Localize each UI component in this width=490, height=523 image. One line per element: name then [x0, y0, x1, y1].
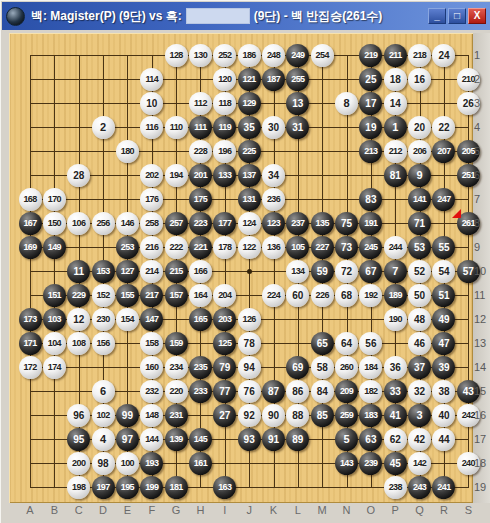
stone-black-O17[interactable]: 63	[359, 428, 382, 451]
stone-white-I11[interactable]: 204	[213, 284, 236, 307]
stone-white-F2[interactable]: 114	[140, 68, 163, 91]
stone-white-Q2[interactable]: 16	[408, 68, 431, 91]
stone-black-A13[interactable]: 171	[19, 332, 42, 355]
stone-white-C8[interactable]: 106	[67, 212, 90, 235]
move-number: 119	[218, 122, 231, 132]
row-label-12: 12	[474, 313, 490, 325]
stone-white-G6[interactable]: 194	[165, 164, 188, 187]
move-number: 248	[267, 50, 280, 60]
stone-black-K15[interactable]: 87	[262, 380, 285, 403]
stone-black-J7[interactable]: 131	[238, 188, 261, 211]
stone-black-O3[interactable]: 17	[359, 92, 382, 115]
stone-black-O4[interactable]: 19	[359, 116, 382, 139]
stone-black-P4[interactable]: 1	[384, 116, 407, 139]
stone-white-G9[interactable]: 222	[165, 236, 188, 259]
stone-black-O9[interactable]: 245	[359, 236, 382, 259]
stone-white-G14[interactable]: 234	[165, 356, 188, 379]
stone-white-M15[interactable]: 84	[311, 380, 334, 403]
move-number: 99	[122, 409, 133, 420]
stone-black-P6[interactable]: 81	[384, 164, 407, 187]
stone-black-N9[interactable]: 73	[335, 236, 358, 259]
stone-white-F17[interactable]: 144	[140, 428, 163, 451]
stone-white-Q12[interactable]: 48	[408, 308, 431, 331]
stone-black-R13[interactable]: 47	[432, 332, 455, 355]
stone-white-I9[interactable]: 178	[213, 236, 236, 259]
stone-black-N8[interactable]: 75	[335, 212, 358, 235]
stone-white-P19[interactable]: 238	[384, 476, 407, 499]
stone-white-J15[interactable]: 76	[238, 380, 261, 403]
stone-white-M14[interactable]: 58	[311, 356, 334, 379]
stone-white-R15[interactable]: 38	[432, 380, 455, 403]
stone-white-N10[interactable]: 72	[335, 260, 358, 283]
stone-white-D18[interactable]: 98	[92, 452, 115, 475]
stone-black-N15[interactable]: 209	[335, 380, 358, 403]
stone-black-G13[interactable]: 159	[165, 332, 188, 355]
move-number: 182	[364, 386, 377, 396]
stone-black-I13[interactable]: 125	[213, 332, 236, 355]
stone-white-K4[interactable]: 30	[262, 116, 285, 139]
move-number: 95	[73, 433, 84, 444]
move-number: 72	[341, 265, 352, 276]
stone-black-G8[interactable]: 257	[165, 212, 188, 235]
stone-white-P17[interactable]: 62	[384, 428, 407, 451]
move-number: 57	[463, 265, 474, 276]
stone-black-J3[interactable]: 129	[238, 92, 261, 115]
stone-white-F9[interactable]: 216	[140, 236, 163, 259]
move-number: 235	[194, 362, 207, 372]
stone-white-P2[interactable]: 18	[384, 68, 407, 91]
stone-white-E5[interactable]: 180	[116, 140, 139, 163]
stone-white-Q15[interactable]: 32	[408, 380, 431, 403]
stone-black-Q8[interactable]: 71	[408, 212, 431, 235]
column-label-G: G	[168, 504, 184, 516]
move-number: 260	[340, 362, 353, 372]
stone-black-K17[interactable]: 91	[262, 428, 285, 451]
stone-black-M8[interactable]: 135	[311, 212, 334, 235]
minimize-button[interactable]: _	[428, 8, 446, 24]
stone-black-L14[interactable]: 69	[286, 356, 309, 379]
move-number: 63	[365, 433, 376, 444]
title-bar[interactable]: 백: Magister(P) (9단) vs 흑: (9단) - 백 반집승(2…	[2, 2, 490, 30]
stone-black-A8[interactable]: 167	[19, 212, 42, 235]
stone-white-N3[interactable]: 8	[335, 92, 358, 115]
stone-white-D17[interactable]: 4	[92, 428, 115, 451]
stone-white-F8[interactable]: 258	[140, 212, 163, 235]
move-number: 163	[218, 482, 231, 492]
move-number: 232	[145, 386, 158, 396]
stone-black-J5[interactable]: 225	[238, 140, 261, 163]
stone-white-M1[interactable]: 254	[311, 44, 334, 67]
stone-white-B7[interactable]: 170	[43, 188, 66, 211]
move-number: 26	[463, 97, 474, 108]
stone-white-L16[interactable]: 88	[286, 404, 309, 427]
stone-black-Q7[interactable]: 141	[408, 188, 431, 211]
move-number: 133	[218, 170, 231, 180]
stone-black-L8[interactable]: 237	[286, 212, 309, 235]
stone-black-R5[interactable]: 207	[432, 140, 455, 163]
close-button[interactable]: X	[468, 8, 486, 24]
stone-black-I14[interactable]: 79	[213, 356, 236, 379]
move-number: 40	[438, 409, 449, 420]
move-number: 172	[23, 362, 36, 372]
stone-white-J12[interactable]: 126	[238, 308, 261, 331]
stone-black-H15[interactable]: 233	[189, 380, 212, 403]
stone-black-H9[interactable]: 221	[189, 236, 212, 259]
stone-white-Q17[interactable]: 42	[408, 428, 431, 451]
stone-black-O5[interactable]: 213	[359, 140, 382, 163]
stone-black-M10[interactable]: 59	[311, 260, 334, 283]
move-number: 145	[194, 434, 207, 444]
stone-white-R1[interactable]: 24	[432, 44, 455, 67]
move-number: 19	[365, 121, 376, 132]
stone-black-E11[interactable]: 155	[116, 284, 139, 307]
stone-black-P1[interactable]: 211	[384, 44, 407, 67]
window-title-left: 백: Magister(P) (9단) vs 흑:	[31, 8, 182, 25]
stone-white-Q13[interactable]: 46	[408, 332, 431, 355]
stone-white-K6[interactable]: 34	[262, 164, 285, 187]
stone-black-O2[interactable]: 25	[359, 68, 382, 91]
stone-white-Q5[interactable]: 206	[408, 140, 431, 163]
stone-white-F3[interactable]: 10	[140, 92, 163, 115]
move-number: 48	[414, 313, 425, 324]
move-number: 147	[145, 314, 158, 324]
stone-black-I6[interactable]: 133	[213, 164, 236, 187]
stone-white-F15[interactable]: 232	[140, 380, 163, 403]
stone-white-D11[interactable]: 152	[92, 284, 115, 307]
stone-white-F16[interactable]: 148	[140, 404, 163, 427]
stone-black-I16[interactable]: 27	[213, 404, 236, 427]
stone-white-O15[interactable]: 182	[359, 380, 382, 403]
stone-white-J8[interactable]: 124	[238, 212, 261, 235]
stone-black-E16[interactable]: 99	[116, 404, 139, 427]
stone-black-A9[interactable]: 169	[19, 236, 42, 259]
stone-black-H12[interactable]: 165	[189, 308, 212, 331]
stone-black-G10[interactable]: 215	[165, 260, 188, 283]
stone-white-A14[interactable]: 172	[19, 356, 42, 379]
move-number: 255	[291, 74, 304, 84]
move-number: 155	[121, 290, 134, 300]
stone-white-D13[interactable]: 156	[92, 332, 115, 355]
move-number: 240	[462, 458, 475, 468]
move-number: 167	[23, 218, 36, 228]
stone-white-D12[interactable]: 230	[92, 308, 115, 331]
stone-white-K16[interactable]: 90	[262, 404, 285, 427]
move-number: 200	[72, 458, 85, 468]
stone-white-D4[interactable]: 2	[92, 116, 115, 139]
stone-white-G1[interactable]: 128	[165, 44, 188, 67]
stone-black-O18[interactable]: 239	[359, 452, 382, 475]
stone-black-H8[interactable]: 223	[189, 212, 212, 235]
stone-white-P12[interactable]: 190	[384, 308, 407, 331]
move-number: 120	[218, 74, 231, 84]
stone-white-Q10[interactable]: 52	[408, 260, 431, 283]
move-number: 204	[218, 290, 231, 300]
stone-white-E8[interactable]: 146	[116, 212, 139, 235]
stone-white-F14[interactable]: 160	[140, 356, 163, 379]
stone-black-I15[interactable]: 77	[213, 380, 236, 403]
stone-black-R19[interactable]: 241	[432, 476, 455, 499]
stone-black-D10[interactable]: 153	[92, 260, 115, 283]
stone-black-P10[interactable]: 7	[384, 260, 407, 283]
stone-black-L1[interactable]: 249	[286, 44, 309, 67]
stone-black-J6[interactable]: 137	[238, 164, 261, 187]
move-number: 126	[243, 314, 256, 324]
stone-black-A12[interactable]: 173	[19, 308, 42, 331]
move-number: 220	[169, 386, 182, 396]
stone-black-G11[interactable]: 157	[165, 284, 188, 307]
stone-black-O8[interactable]: 191	[359, 212, 382, 235]
move-number: 102	[96, 410, 109, 420]
stone-white-R16[interactable]: 40	[432, 404, 455, 427]
stone-white-K1[interactable]: 248	[262, 44, 285, 67]
move-number: 51	[438, 289, 449, 300]
move-number: 44	[438, 433, 449, 444]
stone-white-L10[interactable]: 134	[286, 260, 309, 283]
stone-white-H10[interactable]: 166	[189, 260, 212, 283]
stone-white-J1[interactable]: 186	[238, 44, 261, 67]
stone-black-C11[interactable]: 229	[67, 284, 90, 307]
move-number: 134	[291, 266, 304, 276]
stone-white-R10[interactable]: 54	[432, 260, 455, 283]
stone-white-J14[interactable]: 94	[238, 356, 261, 379]
stone-black-H4[interactable]: 111	[189, 116, 212, 139]
move-number: 187	[267, 74, 280, 84]
stone-white-P14[interactable]: 36	[384, 356, 407, 379]
stone-black-M9[interactable]: 227	[311, 236, 334, 259]
stone-white-A7[interactable]: 168	[19, 188, 42, 211]
stone-black-E17[interactable]: 97	[116, 428, 139, 451]
stone-white-F13[interactable]: 158	[140, 332, 163, 355]
stone-black-R11[interactable]: 51	[432, 284, 455, 307]
move-number: 129	[243, 98, 256, 108]
stone-white-K11[interactable]: 224	[262, 284, 285, 307]
stone-black-Q19[interactable]: 243	[408, 476, 431, 499]
maximize-button[interactable]: □	[448, 8, 466, 24]
move-number: 93	[244, 433, 255, 444]
stone-white-J13[interactable]: 78	[238, 332, 261, 355]
move-number: 222	[169, 242, 182, 252]
stone-white-F7[interactable]: 176	[140, 188, 163, 211]
stone-black-M13[interactable]: 65	[311, 332, 334, 355]
stone-white-B8[interactable]: 150	[43, 212, 66, 235]
move-number: 166	[194, 266, 207, 276]
stone-white-L15[interactable]: 86	[286, 380, 309, 403]
move-number: 79	[219, 361, 230, 372]
stone-black-G16[interactable]: 231	[165, 404, 188, 427]
stone-black-J17[interactable]: 93	[238, 428, 261, 451]
stone-black-E19[interactable]: 195	[116, 476, 139, 499]
stone-black-L2[interactable]: 255	[286, 68, 309, 91]
stone-white-H11[interactable]: 164	[189, 284, 212, 307]
move-number: 210	[462, 74, 475, 84]
move-number: 59	[317, 265, 328, 276]
stone-black-C10[interactable]: 11	[67, 260, 90, 283]
stone-black-G19[interactable]: 181	[165, 476, 188, 499]
column-label-A: A	[22, 504, 38, 516]
go-board[interactable]: 1281302521862482492542192112182411412012…	[9, 33, 473, 503]
stone-black-O7[interactable]: 83	[359, 188, 382, 211]
stone-black-E9[interactable]: 253	[116, 236, 139, 259]
stone-white-C6[interactable]: 28	[67, 164, 90, 187]
stone-white-G4[interactable]: 110	[165, 116, 188, 139]
stone-white-H3[interactable]: 112	[189, 92, 212, 115]
stone-white-N14[interactable]: 260	[335, 356, 358, 379]
stone-black-K8[interactable]: 123	[262, 212, 285, 235]
stone-black-Q9[interactable]: 53	[408, 236, 431, 259]
stone-white-Q18[interactable]: 142	[408, 452, 431, 475]
stone-black-F19[interactable]: 199	[140, 476, 163, 499]
stone-black-B11[interactable]: 151	[43, 284, 66, 307]
stone-black-L9[interactable]: 105	[286, 236, 309, 259]
stone-white-H5[interactable]: 228	[189, 140, 212, 163]
stone-black-B9[interactable]: 149	[43, 236, 66, 259]
move-number: 202	[145, 170, 158, 180]
stone-white-K9[interactable]: 136	[262, 236, 285, 259]
stone-white-E18[interactable]: 100	[116, 452, 139, 475]
stone-white-R17[interactable]: 44	[432, 428, 455, 451]
stone-white-B13[interactable]: 104	[43, 332, 66, 355]
stone-white-C13[interactable]: 108	[67, 332, 90, 355]
move-number: 237	[291, 218, 304, 228]
column-label-O: O	[363, 504, 379, 516]
stone-white-F4[interactable]: 116	[140, 116, 163, 139]
move-number: 53	[414, 241, 425, 252]
stone-black-Q14[interactable]: 37	[408, 356, 431, 379]
stone-black-G17[interactable]: 139	[165, 428, 188, 451]
move-number: 259	[340, 410, 353, 420]
stone-black-P15[interactable]: 33	[384, 380, 407, 403]
move-number: 56	[365, 337, 376, 348]
stone-black-P18[interactable]: 45	[384, 452, 407, 475]
stone-black-Q6[interactable]: 9	[408, 164, 431, 187]
stone-white-O14[interactable]: 184	[359, 356, 382, 379]
stone-black-E10[interactable]: 127	[116, 260, 139, 283]
stone-white-P3[interactable]: 14	[384, 92, 407, 115]
move-number: 65	[317, 337, 328, 348]
stone-black-B12[interactable]: 103	[43, 308, 66, 331]
stone-white-F10[interactable]: 214	[140, 260, 163, 283]
move-number: 209	[340, 386, 353, 396]
stone-black-R14[interactable]: 39	[432, 356, 455, 379]
stone-black-I12[interactable]: 203	[213, 308, 236, 331]
stone-white-F6[interactable]: 202	[140, 164, 163, 187]
stone-black-K2[interactable]: 187	[262, 68, 285, 91]
stone-white-O11[interactable]: 192	[359, 284, 382, 307]
stone-black-R9[interactable]: 55	[432, 236, 455, 259]
stone-white-D16[interactable]: 102	[92, 404, 115, 427]
stone-white-L11[interactable]: 60	[286, 284, 309, 307]
stone-white-C18[interactable]: 200	[67, 452, 90, 475]
stone-white-Q1[interactable]: 218	[408, 44, 431, 67]
move-number: 146	[121, 218, 134, 228]
stone-black-D19[interactable]: 197	[92, 476, 115, 499]
stone-white-C19[interactable]: 198	[67, 476, 90, 499]
stone-black-N16[interactable]: 259	[335, 404, 358, 427]
stone-white-K7[interactable]: 236	[262, 188, 285, 211]
stone-white-C16[interactable]: 96	[67, 404, 90, 427]
stone-black-O10[interactable]: 67	[359, 260, 382, 283]
stone-black-L4[interactable]: 31	[286, 116, 309, 139]
stone-white-J16[interactable]: 92	[238, 404, 261, 427]
stone-white-H1[interactable]: 130	[189, 44, 212, 67]
stone-black-H18[interactable]: 161	[189, 452, 212, 475]
stone-black-Q16[interactable]: 3	[408, 404, 431, 427]
stone-black-I4[interactable]: 119	[213, 116, 236, 139]
stone-white-B14[interactable]: 174	[43, 356, 66, 379]
stone-white-R4[interactable]: 22	[432, 116, 455, 139]
stone-black-J2[interactable]: 121	[238, 68, 261, 91]
stone-white-E12[interactable]: 154	[116, 308, 139, 331]
move-number: 2	[100, 121, 106, 133]
stone-black-I19[interactable]: 163	[213, 476, 236, 499]
stone-black-I8[interactable]: 177	[213, 212, 236, 235]
stone-black-M16[interactable]: 85	[311, 404, 334, 427]
move-number: 189	[389, 290, 402, 300]
stone-black-O16[interactable]: 183	[359, 404, 382, 427]
move-number: 112	[194, 98, 207, 108]
row-label-4: 4	[474, 121, 490, 133]
stone-white-I3[interactable]: 118	[213, 92, 236, 115]
move-number: 219	[364, 50, 377, 60]
stone-white-N11[interactable]: 68	[335, 284, 358, 307]
move-number: 164	[194, 290, 207, 300]
move-number: 76	[244, 385, 255, 396]
move-number: 104	[48, 338, 61, 348]
stone-black-H17[interactable]: 145	[189, 428, 212, 451]
stone-black-R12[interactable]: 49	[432, 308, 455, 331]
stone-white-I1[interactable]: 252	[213, 44, 236, 67]
move-number: 157	[169, 290, 182, 300]
stone-white-D15[interactable]: 6	[92, 380, 115, 403]
stone-black-J4[interactable]: 35	[238, 116, 261, 139]
stone-black-F12[interactable]: 147	[140, 308, 163, 331]
stone-black-R7[interactable]: 247	[432, 188, 455, 211]
stone-black-C17[interactable]: 95	[67, 428, 90, 451]
stone-black-N17[interactable]: 5	[335, 428, 358, 451]
stone-white-Q11[interactable]: 50	[408, 284, 431, 307]
move-number: 4	[100, 433, 106, 445]
stone-white-C12[interactable]: 12	[67, 308, 90, 331]
column-label-L: L	[290, 504, 306, 516]
stone-white-M11[interactable]: 226	[311, 284, 334, 307]
stone-white-Q4[interactable]: 20	[408, 116, 431, 139]
stone-black-P16[interactable]: 41	[384, 404, 407, 427]
stone-white-G15[interactable]: 220	[165, 380, 188, 403]
stone-white-J9[interactable]: 122	[238, 236, 261, 259]
stone-black-F11[interactable]: 217	[140, 284, 163, 307]
stone-white-P5[interactable]: 212	[384, 140, 407, 163]
stone-white-P9[interactable]: 244	[384, 236, 407, 259]
move-number: 156	[96, 338, 109, 348]
stone-black-O1[interactable]: 219	[359, 44, 382, 67]
stone-black-H7[interactable]: 175	[189, 188, 212, 211]
stone-black-P11[interactable]: 189	[384, 284, 407, 307]
stone-black-L3[interactable]: 13	[286, 92, 309, 115]
move-number: 152	[96, 290, 109, 300]
stone-white-N13[interactable]: 64	[335, 332, 358, 355]
stone-black-H14[interactable]: 235	[189, 356, 212, 379]
stone-white-I2[interactable]: 120	[213, 68, 236, 91]
redacted-player-name	[186, 8, 250, 24]
row-label-1: 1	[474, 49, 490, 61]
stone-white-D8[interactable]: 256	[92, 212, 115, 235]
stone-black-N18[interactable]: 143	[335, 452, 358, 475]
stone-black-H6[interactable]: 201	[189, 164, 212, 187]
stone-white-I5[interactable]: 196	[213, 140, 236, 163]
stone-black-F18[interactable]: 193	[140, 452, 163, 475]
stone-white-O13[interactable]: 56	[359, 332, 382, 355]
stone-black-L17[interactable]: 89	[286, 428, 309, 451]
